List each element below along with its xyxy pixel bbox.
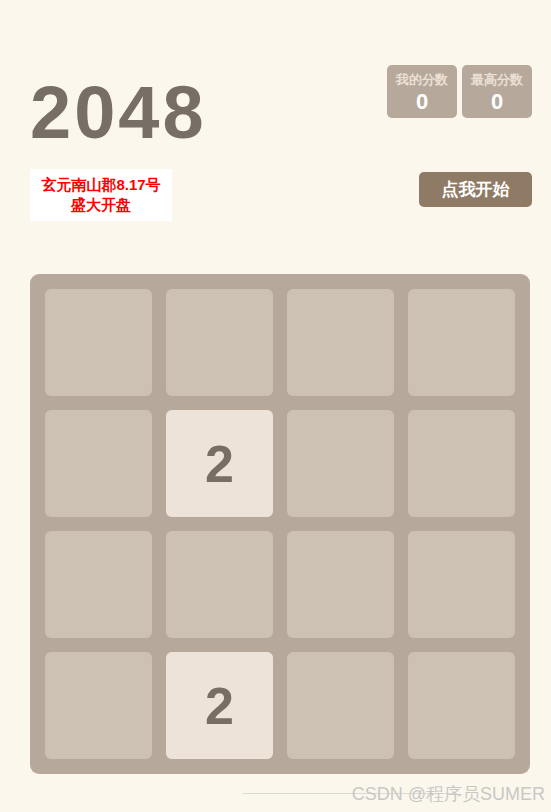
- page: { "game": "2048", "position": { "rows": …: [0, 0, 551, 812]
- best-score-label: 最高分数: [471, 72, 523, 88]
- board-cell-r2c3: [287, 410, 394, 517]
- best-score-value: 0: [471, 89, 523, 115]
- board-cell-r4c3: [287, 652, 394, 759]
- board-cell-r1c4: [408, 289, 515, 396]
- board-cell-r3c3: [287, 531, 394, 638]
- game-title: 2048: [30, 76, 207, 150]
- board-cell-r1c2: [166, 289, 273, 396]
- ad-banner-line2: 盛大开盘: [30, 195, 172, 215]
- watermark: CSDN @程序员SUMER: [352, 784, 545, 805]
- board-cell-r1c3: [287, 289, 394, 396]
- my-score-label: 我的分数: [396, 72, 448, 88]
- board-cell-r3c2: [166, 531, 273, 638]
- board-cell-r2c4: [408, 410, 515, 517]
- board-cell-r4c4: [408, 652, 515, 759]
- start-button[interactable]: 点我开始: [419, 172, 532, 207]
- tile-2-r4c2: 2: [166, 652, 273, 759]
- tile-2-r2c2: 2: [166, 410, 273, 517]
- my-score-value: 0: [396, 89, 448, 115]
- best-score-box: 最高分数 0: [462, 65, 532, 118]
- ad-banner[interactable]: 玄元南山郡8.17号 盛大开盘: [30, 169, 172, 221]
- board-cell-r2c1: [45, 410, 152, 517]
- board-cell-r3c1: [45, 531, 152, 638]
- board-cell-r2c2: 2: [166, 410, 273, 517]
- board-cell-r3c4: [408, 531, 515, 638]
- ad-banner-line1: 玄元南山郡8.17号: [30, 175, 172, 195]
- game-board[interactable]: 22: [30, 274, 530, 774]
- board-cell-r4c2: 2: [166, 652, 273, 759]
- score-panel: 我的分数 0 最高分数 0: [387, 65, 532, 118]
- board-cell-r1c1: [45, 289, 152, 396]
- board-cell-r4c1: [45, 652, 152, 759]
- my-score-box: 我的分数 0: [387, 65, 457, 118]
